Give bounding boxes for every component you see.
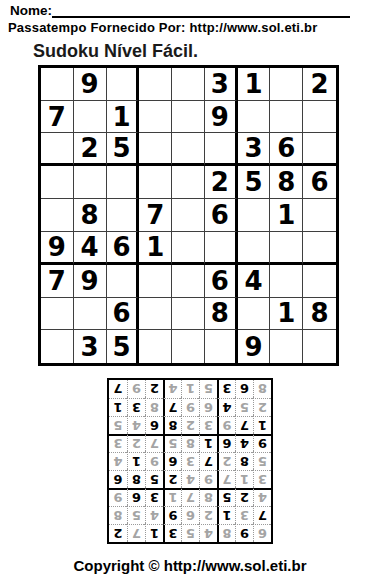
name-label: Nome:: [10, 3, 52, 18]
solution-cell-r8c2: 5: [235, 398, 253, 416]
solution-cell-r6c8: 2: [127, 434, 145, 452]
solution-cell-r5c2: 8: [235, 452, 253, 470]
solution-cell-r7c9: 5: [109, 416, 127, 434]
solution-cell-r9c1: 8: [253, 380, 271, 398]
puzzle-cell-r1c4[interactable]: [139, 68, 172, 101]
puzzle-cell-r8c4[interactable]: [139, 298, 172, 331]
solution-cell-r8c3: 4: [217, 398, 235, 416]
puzzle-cell-r4c7: 5: [238, 166, 271, 199]
puzzle-cell-r9c3: 5: [107, 330, 140, 363]
puzzle-cell-r7c5[interactable]: [172, 265, 205, 298]
solution-cell-r4c6: 2: [163, 470, 181, 488]
solution-cell-r5c4: 7: [199, 452, 217, 470]
solution-cell-r2c9: 8: [109, 506, 127, 524]
puzzle-cell-r1c2: 9: [74, 68, 107, 101]
puzzle-cell-r6c2: 4: [74, 232, 107, 265]
solution-cell-r9c4: 5: [199, 380, 217, 398]
puzzle-cell-r8c7[interactable]: [238, 298, 271, 331]
puzzle-cell-r5c6: 6: [205, 199, 238, 232]
puzzle-cell-r2c3: 1: [107, 101, 140, 134]
solution-cell-r5c5: 3: [181, 452, 199, 470]
puzzle-cell-r6c8[interactable]: [270, 232, 303, 265]
solution-cell-r2c3: 1: [217, 506, 235, 524]
puzzle-cell-r3c7: 3: [238, 133, 271, 166]
puzzle-cell-r4c8: 8: [270, 166, 303, 199]
puzzle-cell-r5c3[interactable]: [107, 199, 140, 232]
solution-cell-r5c8: 1: [127, 452, 145, 470]
puzzle-cell-r3c8: 6: [270, 133, 303, 166]
puzzle-cell-r8c6: 8: [205, 298, 238, 331]
solution-cell-r3c7: 3: [145, 488, 163, 506]
solution-cell-r1c2: 9: [235, 524, 253, 542]
puzzle-cell-r9c9: [303, 330, 336, 363]
puzzle-cell-r5c8: 1: [270, 199, 303, 232]
solution-cell-r4c3: 7: [217, 470, 235, 488]
puzzle-cell-r4c1[interactable]: [41, 166, 74, 199]
solution-cell-r8c6: 7: [163, 398, 181, 416]
puzzle-cell-r2c6: 9: [205, 101, 238, 134]
puzzle-cell-r6c9[interactable]: [303, 232, 336, 265]
puzzle-cell-r2c5[interactable]: [172, 101, 205, 134]
puzzle-cell-r9c1[interactable]: [41, 330, 74, 363]
puzzle-cell-r4c4[interactable]: [139, 166, 172, 199]
puzzle-cell-r9c6[interactable]: [205, 330, 238, 363]
sudoku-worksheet-page: Nome: Passatempo Fornecido Por: http://w…: [0, 0, 380, 585]
solution-cell-r7c1: 1: [253, 416, 271, 434]
puzzle-cell-r7c6: 6: [205, 265, 238, 298]
puzzle-cell-r7c7: 4: [238, 265, 271, 298]
solution-cell-r2c7: 4: [145, 506, 163, 524]
solution-cell-r9c3: 3: [217, 380, 235, 398]
solution-cell-r3c1: 4: [253, 488, 271, 506]
solution-cell-r8c5: 9: [181, 398, 199, 416]
puzzle-cell-r1c7: 1: [238, 68, 271, 101]
solution-cell-r6c4: 1: [199, 434, 217, 452]
solution-cell-r8c8: 3: [127, 398, 145, 416]
solution-cell-r1c1: 6: [253, 524, 271, 542]
puzzle-cell-r7c3[interactable]: [107, 265, 140, 298]
page-title: Sudoku Nível Fácil.: [33, 41, 198, 62]
puzzle-cell-r4c6: 2: [205, 166, 238, 199]
solution-cell-r7c2: 7: [235, 416, 253, 434]
puzzle-cell-r1c3[interactable]: [107, 68, 140, 101]
solution-cell-r9c7: 2: [145, 380, 163, 398]
puzzle-cell-r7c9[interactable]: [303, 265, 336, 298]
puzzle-cell-r4c5[interactable]: [172, 166, 205, 199]
puzzle-cell-r7c8[interactable]: [270, 265, 303, 298]
solution-cell-r9c2: 6: [235, 380, 253, 398]
solution-cell-r3c2: 2: [235, 488, 253, 506]
solution-cell-r2c5: 6: [181, 506, 199, 524]
solution-cell-r7c8: 4: [127, 416, 145, 434]
solution-cell-r6c9: 3: [109, 434, 127, 452]
puzzle-cell-r3c2: 2: [74, 133, 107, 166]
solution-cell-r5c6: 6: [163, 452, 181, 470]
solution-cell-r5c3: 2: [217, 452, 235, 470]
puzzle-cell-r1c8[interactable]: [270, 68, 303, 101]
puzzle-cell-r5c5[interactable]: [172, 199, 205, 232]
puzzle-cell-r5c4: 7: [139, 199, 172, 232]
puzzle-cell-r9c8[interactable]: [270, 330, 303, 363]
solution-cell-r1c3: 8: [217, 524, 235, 542]
puzzle-cell-r7c4[interactable]: [139, 265, 172, 298]
puzzle-cell-r8c3: 6: [107, 298, 140, 331]
puzzle-cell-r9c4[interactable]: [139, 330, 172, 363]
puzzle-cell-r7c2: 9: [74, 265, 107, 298]
puzzle-cell-r3c6[interactable]: [205, 133, 238, 166]
solution-cell-r3c8: 6: [127, 488, 145, 506]
puzzle-cell-r1c5[interactable]: [172, 68, 205, 101]
puzzle-cell-r6c3: 6: [107, 232, 140, 265]
sudoku-puzzle-grid: 9312719253625868761946179646818359: [38, 65, 339, 366]
puzzle-cell-r8c1[interactable]: [41, 298, 74, 331]
solution-cell-r1c9: 2: [109, 524, 127, 542]
solution-cell-r9c5: 1: [181, 380, 199, 398]
solution-cell-r6c6: 5: [163, 434, 181, 452]
solution-cell-r3c9: 9: [109, 488, 127, 506]
name-blank-underline: [52, 4, 350, 18]
puzzle-cell-r2c1: 7: [41, 101, 74, 134]
solution-cell-r4c7: 5: [145, 470, 163, 488]
puzzle-cell-r6c7[interactable]: [238, 232, 271, 265]
copyright-text: Copyright © http://www.sol.eti.br: [0, 557, 380, 574]
solution-cell-r1c7: 1: [145, 524, 163, 542]
solution-cell-r1c8: 7: [127, 524, 145, 542]
puzzle-cell-r9c2: 3: [74, 330, 107, 363]
puzzle-cell-r5c1[interactable]: [41, 199, 74, 232]
solution-cell-r5c9: 4: [109, 452, 127, 470]
solution-cell-r5c7: 9: [145, 452, 163, 470]
solution-cell-r2c1: 7: [253, 506, 271, 524]
puzzle-cell-r5c9[interactable]: [303, 199, 336, 232]
solution-cell-r6c3: 6: [217, 434, 235, 452]
puzzle-cell-r6c1: 9: [41, 232, 74, 265]
solution-cell-r6c2: 4: [235, 434, 253, 452]
solution-cell-r8c7: 8: [145, 398, 163, 416]
puzzle-cell-r2c8[interactable]: [270, 101, 303, 134]
puzzle-cell-r1c9: 2: [303, 68, 336, 101]
solution-cell-r8c9: 1: [109, 398, 127, 416]
solution-cell-r6c1: 9: [253, 434, 271, 452]
puzzle-cell-r6c6[interactable]: [205, 232, 238, 265]
sudoku-solution-grid-rotated: 6984531727312694584258713693179425865827…: [107, 378, 273, 544]
puzzle-cell-r9c7: 9: [238, 330, 271, 363]
solution-cell-r9c9: 7: [109, 380, 127, 398]
puzzle-cell-r6c4: 1: [139, 232, 172, 265]
puzzle-cell-r3c1[interactable]: [41, 133, 74, 166]
solution-cell-r1c5: 5: [181, 524, 199, 542]
provider-line: Passatempo Fornecido Por: http://www.sol…: [8, 20, 317, 35]
solution-cell-r7c7: 6: [145, 416, 163, 434]
solution-cell-r8c1: 2: [253, 398, 271, 416]
puzzle-cell-r3c5[interactable]: [172, 133, 205, 166]
name-line: Nome:: [10, 3, 350, 18]
solution-cell-r4c1: 3: [253, 470, 271, 488]
puzzle-cell-r1c6: 3: [205, 68, 238, 101]
solution-cell-r4c4: 9: [199, 470, 217, 488]
puzzle-cell-r7c1: 7: [41, 265, 74, 298]
solution-cell-r7c3: 9: [217, 416, 235, 434]
solution-cell-r2c2: 3: [235, 506, 253, 524]
puzzle-cell-r4c2[interactable]: [74, 166, 107, 199]
solution-cell-r2c8: 5: [127, 506, 145, 524]
puzzle-cell-r8c8: 1: [270, 298, 303, 331]
solution-cell-r4c9: 6: [109, 470, 127, 488]
puzzle-cell-r2c7[interactable]: [238, 101, 271, 134]
solution-cell-r7c6: 8: [163, 416, 181, 434]
solution-cell-r9c8: 9: [127, 380, 145, 398]
puzzle-cell-r8c5[interactable]: [172, 298, 205, 331]
puzzle-cell-r4c3[interactable]: [107, 166, 140, 199]
puzzle-cell-r2c4[interactable]: [139, 101, 172, 134]
solution-cell-r4c8: 8: [127, 470, 145, 488]
puzzle-cell-r8c2[interactable]: [74, 298, 107, 331]
puzzle-cell-r4c9: 6: [303, 166, 336, 199]
solution-cell-r2c4: 2: [199, 506, 217, 524]
puzzle-cell-r3c4[interactable]: [139, 133, 172, 166]
puzzle-cell-r1c1[interactable]: [41, 68, 74, 101]
solution-cell-r3c4: 8: [199, 488, 217, 506]
solution-cell-r3c3: 5: [217, 488, 235, 506]
solution-cell-r5c1: 5: [253, 452, 271, 470]
solution-cell-r3c5: 7: [181, 488, 199, 506]
puzzle-cell-r5c7[interactable]: [238, 199, 271, 232]
solution-cell-r7c4: 3: [199, 416, 217, 434]
solution-cell-r3c6: 1: [163, 488, 181, 506]
puzzle-cell-r2c9[interactable]: [303, 101, 336, 134]
solution-cell-r1c4: 4: [199, 524, 217, 542]
puzzle-cell-r3c3: 5: [107, 133, 140, 166]
puzzle-cell-r5c2: 8: [74, 199, 107, 232]
solution-cell-r6c7: 7: [145, 434, 163, 452]
solution-cell-r2c6: 9: [163, 506, 181, 524]
solution-cell-r9c6: 4: [163, 380, 181, 398]
solution-cell-r7c5: 2: [181, 416, 199, 434]
solution-cell-r4c5: 4: [181, 470, 199, 488]
puzzle-cell-r2c2[interactable]: [74, 101, 107, 134]
solution-cell-r8c4: 6: [199, 398, 217, 416]
puzzle-cell-r8c9: 8: [303, 298, 336, 331]
puzzle-cell-r6c5[interactable]: [172, 232, 205, 265]
solution-cell-r6c5: 8: [181, 434, 199, 452]
puzzle-cell-r3c9[interactable]: [303, 133, 336, 166]
solution-cell-r1c6: 3: [163, 524, 181, 542]
solution-cell-r4c2: 1: [235, 470, 253, 488]
puzzle-cell-r9c5[interactable]: [172, 330, 205, 363]
